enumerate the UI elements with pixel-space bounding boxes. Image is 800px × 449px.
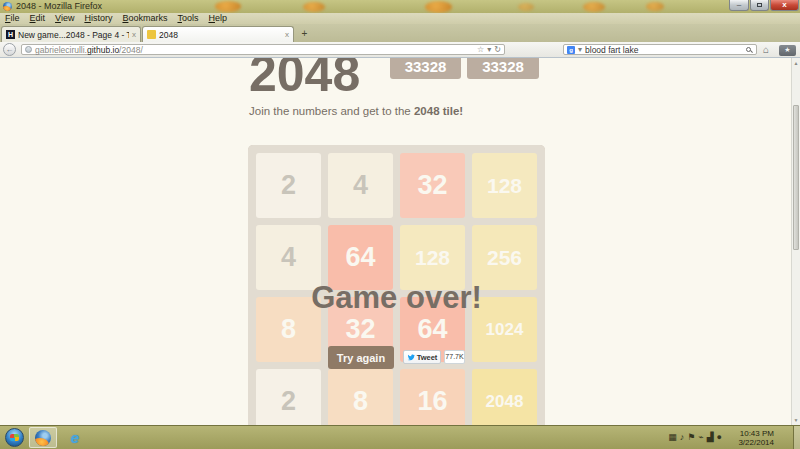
- best-score-box: 33328: [467, 58, 539, 79]
- page-viewport: 2048 33328 33328 Join the numbers and ge…: [0, 58, 800, 425]
- system-tray: ▦ ♪ ⚑ ⌁ ▟ ●: [668, 431, 722, 444]
- score-box: 33328: [390, 58, 461, 79]
- tray-app-window-icon[interactable]: ▦: [668, 431, 677, 444]
- home-icon[interactable]: ⌂: [763, 44, 769, 55]
- tweet-button[interactable]: Tweet: [403, 350, 441, 364]
- 2048-favicon: [147, 30, 156, 39]
- maximize-icon: [757, 3, 762, 7]
- window-titlebar: 2048 - Mozilla Firefox – x: [0, 0, 800, 13]
- bookmark-star-icon[interactable]: ☆: [477, 45, 484, 54]
- site-identity-globe-icon: [25, 46, 32, 53]
- page-subtitle: Join the numbers and get to the 2048 til…: [249, 105, 463, 117]
- navigation-bar: ← gabrielecirulli.github.io/2048/ ☆ ▾ ↻ …: [0, 42, 800, 58]
- firefox-window: 2048 - Mozilla Firefox – x File Edit Vie…: [0, 0, 800, 449]
- search-magnifier-icon[interactable]: [746, 47, 751, 52]
- wallpaper-leaf: [215, 1, 241, 12]
- subtitle-bold: 2048 tile!: [414, 105, 463, 117]
- menu-bar: File Edit View History Bookmarks Tools H…: [0, 13, 800, 24]
- tab-2048[interactable]: 2048 x: [142, 26, 294, 42]
- menu-history[interactable]: History: [79, 13, 117, 24]
- menu-file[interactable]: File: [0, 13, 25, 24]
- new-tab-button[interactable]: +: [297, 28, 312, 41]
- reload-icon[interactable]: ↻: [494, 45, 501, 54]
- search-input[interactable]: [585, 45, 743, 54]
- tab-close-icon[interactable]: x: [285, 30, 289, 39]
- show-desktop-button[interactable]: [793, 426, 800, 449]
- tweet-count[interactable]: 77.7K: [444, 350, 465, 364]
- url-domain: github.io: [87, 45, 119, 55]
- clock-time: 10:43 PM: [738, 429, 774, 438]
- tab-forum[interactable]: H New game...2048 - Page 4 - The Loun...…: [1, 26, 141, 42]
- tab-2048-title: 2048: [159, 30, 282, 40]
- wallpaper-leaf: [425, 1, 452, 13]
- game-over-message: Game over!: [248, 280, 545, 316]
- tray-security-icon[interactable]: ●: [717, 431, 722, 444]
- taskbar: e ▦ ♪ ⚑ ⌁ ▟ ● 10:43 PM 3/22/2014: [0, 425, 800, 449]
- wallpaper-leaf: [518, 3, 534, 11]
- twitter-bird-icon: [407, 353, 415, 361]
- engine-dropdown-icon[interactable]: ▾: [578, 45, 582, 54]
- firefox-icon: [3, 2, 12, 11]
- taskbar-clock[interactable]: 10:43 PM 3/22/2014: [738, 429, 774, 447]
- back-button[interactable]: ←: [3, 43, 16, 56]
- menu-bookmarks[interactable]: Bookmarks: [117, 13, 172, 24]
- scrollbar-thumb[interactable]: [793, 105, 799, 250]
- menu-view[interactable]: View: [50, 13, 79, 24]
- menu-help[interactable]: Help: [203, 13, 232, 24]
- tray-network-icon[interactable]: ▟: [707, 431, 714, 444]
- chevron-down-icon[interactable]: ▾: [487, 45, 491, 54]
- wallpaper-leaf: [303, 2, 325, 12]
- tab-forum-title: New game...2048 - Page 4 - The Loun...: [18, 30, 129, 40]
- url-subdomain: gabrielecirulli.: [35, 45, 87, 55]
- firefox-icon: [35, 430, 51, 446]
- tray-power-icon[interactable]: ⌁: [698, 431, 703, 444]
- start-button[interactable]: [5, 428, 24, 447]
- scrollbar-down-icon[interactable]: ▼: [792, 417, 800, 423]
- window-title: 2048 - Mozilla Firefox: [16, 1, 102, 11]
- internet-explorer-icon: e: [71, 429, 79, 446]
- wallpaper-leaf: [583, 2, 605, 12]
- game-board: 243212846412825683264102428162048 Game o…: [248, 145, 545, 425]
- bookmarks-menu-icon[interactable]: ★: [779, 45, 796, 56]
- taskbar-ie-button[interactable]: e: [61, 427, 89, 448]
- taskbar-firefox-button[interactable]: [29, 427, 57, 448]
- tray-action-center-icon[interactable]: ⚑: [687, 431, 695, 444]
- google-engine-icon[interactable]: g: [567, 46, 575, 54]
- page-title: 2048: [249, 58, 360, 99]
- close-button[interactable]: x: [770, 0, 799, 11]
- tray-volume-icon[interactable]: ♪: [680, 431, 685, 444]
- tab-close-icon[interactable]: x: [132, 30, 136, 39]
- clock-date: 3/22/2014: [738, 438, 774, 447]
- wallpaper-leaf: [646, 2, 664, 11]
- menu-edit[interactable]: Edit: [25, 13, 51, 24]
- tweet-label: Tweet: [417, 353, 438, 362]
- tab-strip: H New game...2048 - Page 4 - The Loun...…: [0, 24, 800, 42]
- minimize-button[interactable]: –: [729, 0, 749, 11]
- maximize-button[interactable]: [750, 0, 769, 11]
- url-path: /2048/: [119, 45, 143, 55]
- search-bar[interactable]: g ▾: [563, 44, 757, 55]
- forum-favicon: H: [6, 30, 15, 39]
- scrollbar-up-icon[interactable]: ▲: [792, 60, 800, 66]
- vertical-scrollbar[interactable]: ▲ ▼: [791, 58, 800, 425]
- menu-tools[interactable]: Tools: [172, 13, 203, 24]
- try-again-button[interactable]: Try again: [328, 346, 394, 369]
- url-bar[interactable]: gabrielecirulli.github.io/2048/ ☆ ▾ ↻: [21, 44, 505, 55]
